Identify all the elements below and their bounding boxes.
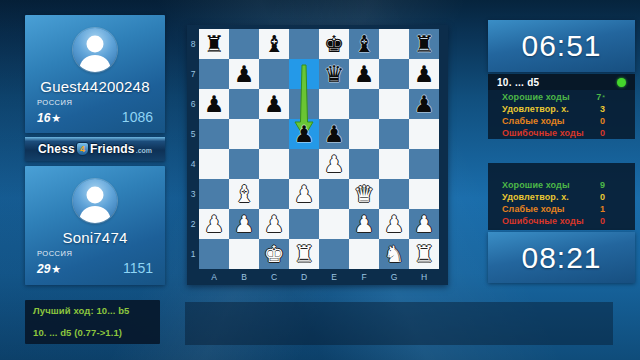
square-a6[interactable]: ♟ xyxy=(199,89,229,119)
logo-text-chess: Chess xyxy=(38,142,75,156)
logo-text-com: .com xyxy=(136,147,152,156)
stat-label: Ошибочные ходы xyxy=(502,216,584,226)
stat-value: 7 xyxy=(596,92,601,102)
white-rook-d1: ♜ xyxy=(289,239,319,269)
stat-value: 9 xyxy=(600,180,605,190)
black-queen-e7: ♛ xyxy=(319,59,349,89)
square-e3[interactable] xyxy=(319,179,349,209)
square-f5[interactable] xyxy=(349,119,379,149)
rank-label-5: 5 xyxy=(187,119,199,149)
black-bishop-c8: ♝ xyxy=(259,29,289,59)
black-pawn-e5: ♟ xyxy=(319,119,349,149)
player-name-top: Guest44200248 xyxy=(40,78,149,95)
stat-marker: * xyxy=(602,94,605,101)
white-rook-h1: ♜ xyxy=(409,239,439,269)
square-b7[interactable]: ♟ xyxy=(229,59,259,89)
square-g1[interactable]: ♞ xyxy=(379,239,409,269)
stat-value: 0 xyxy=(600,128,605,138)
file-label-c: C xyxy=(259,271,289,285)
black-pawn-d5: ♟ xyxy=(289,119,319,149)
player-country-top: РОССИЯ xyxy=(37,98,72,107)
square-f6[interactable] xyxy=(349,89,379,119)
best-move-text: Лучший ход: 10... b5 xyxy=(33,305,152,316)
square-g7[interactable] xyxy=(379,59,409,89)
played-move-eval-text: 10. ... d5 (0.77->1.1) xyxy=(33,327,152,338)
square-d5[interactable]: ♟ xyxy=(289,119,319,149)
square-a7[interactable] xyxy=(199,59,229,89)
stat-label: Слабые ходы xyxy=(502,116,565,126)
logo-shield-icon: 4 xyxy=(76,142,89,156)
stat-label: Ошибочные ходы xyxy=(502,128,584,138)
file-label-d: D xyxy=(289,271,319,285)
white-queen-f3: ♛ xyxy=(349,179,379,209)
square-f1[interactable] xyxy=(349,239,379,269)
file-label-h: H xyxy=(409,271,439,285)
white-pawn-c2: ♟ xyxy=(259,209,289,239)
square-b2[interactable]: ♟ xyxy=(229,209,259,239)
square-c7[interactable] xyxy=(259,59,289,89)
square-c1[interactable]: ♚ xyxy=(259,239,289,269)
person-icon xyxy=(73,28,117,72)
square-h6[interactable]: ♟ xyxy=(409,89,439,119)
square-h3[interactable] xyxy=(409,179,439,209)
square-g8[interactable] xyxy=(379,29,409,59)
move-quality-dot-icon xyxy=(617,78,626,87)
rank-label-4: 4 xyxy=(187,149,199,179)
black-rook-a8: ♜ xyxy=(199,29,229,59)
square-g2[interactable]: ♟ xyxy=(379,209,409,239)
stat-value: 1 xyxy=(600,204,605,214)
stat-value: 0 xyxy=(600,116,605,126)
stat-label: Удовлетвор. х. xyxy=(502,104,569,114)
rank-label-1: 1 xyxy=(187,239,199,269)
white-pawn-a2: ♟ xyxy=(199,209,229,239)
square-d4[interactable] xyxy=(289,149,319,179)
square-f2[interactable]: ♟ xyxy=(349,209,379,239)
app-window: Guest44200248 РОССИЯ 16 ★ 1086 Chess 4 F… xyxy=(0,0,640,360)
player-card-bottom: Soni7474 РОССИЯ 29 ★ 1151 xyxy=(25,166,165,285)
player-card-top: Guest44200248 РОССИЯ 16 ★ 1086 xyxy=(25,15,165,133)
square-b8[interactable] xyxy=(229,29,259,59)
chess-board: 87654321 ♜♝♚♝♜♟♛♟♟♟♟♟♟♟♟♝♟♛♟♟♟♟♟♟♚♜♞♜ AB… xyxy=(187,25,448,285)
square-f3[interactable]: ♛ xyxy=(349,179,379,209)
black-bishop-f8: ♝ xyxy=(349,29,379,59)
square-c6[interactable]: ♟ xyxy=(259,89,289,119)
square-g5[interactable] xyxy=(379,119,409,149)
stats-panel-top: Хорошие ходы7* Удовлетвор. х.3 Слабые хо… xyxy=(488,90,635,139)
file-label-g: G xyxy=(379,271,409,285)
stat-value: 0 xyxy=(600,216,605,226)
rank-label-7: 7 xyxy=(187,59,199,89)
square-d3[interactable]: ♟ xyxy=(289,179,319,209)
black-pawn-a6: ♟ xyxy=(199,89,229,119)
white-king-c1: ♚ xyxy=(259,239,289,269)
square-e5[interactable]: ♟ xyxy=(319,119,349,149)
clock-bottom: 08:21 xyxy=(521,241,601,275)
avatar xyxy=(73,28,117,72)
square-a2[interactable]: ♟ xyxy=(199,209,229,239)
stat-value: 0 xyxy=(600,192,605,202)
chess4friends-logo: Chess 4 Friends .com xyxy=(38,142,152,156)
square-h5[interactable] xyxy=(409,119,439,149)
clock-panel-top: 06:51 xyxy=(488,20,635,72)
square-h1[interactable]: ♜ xyxy=(409,239,439,269)
analysis-panel: Лучший ход: 10... b5 10. ... d5 (0.77->1… xyxy=(25,300,160,344)
player-level-bottom: 29 xyxy=(37,262,50,276)
stats-panel-bottom: Хорошие ходы9 Удовлетвор. х.0 Слабые ход… xyxy=(488,163,635,230)
square-e6[interactable] xyxy=(319,89,349,119)
avatar xyxy=(73,179,117,223)
file-label-a: A xyxy=(199,271,229,285)
square-c4[interactable] xyxy=(259,149,289,179)
square-d2[interactable] xyxy=(289,209,319,239)
square-c5[interactable] xyxy=(259,119,289,149)
player-level-top: 16 xyxy=(37,111,50,125)
black-pawn-h7: ♟ xyxy=(409,59,439,89)
black-king-e8: ♚ xyxy=(319,29,349,59)
star-icon: ★ xyxy=(51,263,61,276)
white-knight-g1: ♞ xyxy=(379,239,409,269)
square-g3[interactable] xyxy=(379,179,409,209)
white-pawn-b2: ♟ xyxy=(229,209,259,239)
square-c2[interactable]: ♟ xyxy=(259,209,289,239)
square-e7[interactable]: ♛ xyxy=(319,59,349,89)
square-b1[interactable] xyxy=(229,239,259,269)
square-d1[interactable]: ♜ xyxy=(289,239,319,269)
player-rating-top: 1086 xyxy=(122,109,153,125)
square-a5[interactable] xyxy=(199,119,229,149)
rank-label-2: 2 xyxy=(187,209,199,239)
stat-label: Хорошие ходы xyxy=(502,92,570,102)
square-e4[interactable]: ♟ xyxy=(319,149,349,179)
white-pawn-f2: ♟ xyxy=(349,209,379,239)
black-pawn-f7: ♟ xyxy=(349,59,379,89)
black-rook-h8: ♜ xyxy=(409,29,439,59)
square-a1[interactable] xyxy=(199,239,229,269)
square-d7[interactable] xyxy=(289,59,319,89)
black-pawn-b7: ♟ xyxy=(229,59,259,89)
square-h8[interactable]: ♜ xyxy=(409,29,439,59)
square-a4[interactable] xyxy=(199,149,229,179)
clock-panel-bottom: 08:21 xyxy=(488,232,635,283)
player-name-bottom: Soni7474 xyxy=(63,229,128,246)
rank-label-8: 8 xyxy=(187,29,199,59)
square-d6[interactable] xyxy=(289,89,319,119)
square-b4[interactable] xyxy=(229,149,259,179)
star-icon: ★ xyxy=(51,112,61,125)
white-pawn-g2: ♟ xyxy=(379,209,409,239)
player-rating-bottom: 1151 xyxy=(123,260,153,276)
board-squares: ♜♝♚♝♜♟♛♟♟♟♟♟♟♟♟♝♟♛♟♟♟♟♟♟♚♜♞♜ xyxy=(199,29,439,269)
white-pawn-d3: ♟ xyxy=(289,179,319,209)
square-c8[interactable]: ♝ xyxy=(259,29,289,59)
current-move-label: 10. ... d5 xyxy=(497,77,539,88)
square-a3[interactable] xyxy=(199,179,229,209)
white-pawn-h2: ♟ xyxy=(409,209,439,239)
square-d8[interactable] xyxy=(289,29,319,59)
white-pawn-e4: ♟ xyxy=(319,149,349,179)
stat-label: Хорошие ходы xyxy=(502,180,570,190)
square-a8[interactable]: ♜ xyxy=(199,29,229,59)
move-bar[interactable]: 10. ... d5 xyxy=(488,74,635,90)
square-h2[interactable]: ♟ xyxy=(409,209,439,239)
stat-label: Слабые ходы xyxy=(502,204,565,214)
logo-text-friends: Friends xyxy=(90,142,135,156)
square-g4[interactable] xyxy=(379,149,409,179)
person-icon xyxy=(73,179,117,223)
square-c3[interactable] xyxy=(259,179,289,209)
square-f4[interactable] xyxy=(349,149,379,179)
file-label-f: F xyxy=(349,271,379,285)
logo-bar[interactable]: Chess 4 Friends .com xyxy=(25,137,165,161)
rank-label-3: 3 xyxy=(187,179,199,209)
black-pawn-h6: ♟ xyxy=(409,89,439,119)
square-e8[interactable]: ♚ xyxy=(319,29,349,59)
square-e2[interactable] xyxy=(319,209,349,239)
clock-top: 06:51 xyxy=(521,29,601,63)
white-bishop-b3: ♝ xyxy=(229,179,259,209)
square-g6[interactable] xyxy=(379,89,409,119)
file-label-b: B xyxy=(229,271,259,285)
square-f7[interactable]: ♟ xyxy=(349,59,379,89)
square-f8[interactable]: ♝ xyxy=(349,29,379,59)
rank-label-6: 6 xyxy=(187,89,199,119)
square-h4[interactable] xyxy=(409,149,439,179)
rank-labels: 87654321 xyxy=(187,29,199,269)
file-labels: ABCDEFGH xyxy=(199,271,439,285)
square-b6[interactable] xyxy=(229,89,259,119)
file-label-e: E xyxy=(319,271,349,285)
black-pawn-c6: ♟ xyxy=(259,89,289,119)
square-b3[interactable]: ♝ xyxy=(229,179,259,209)
square-h7[interactable]: ♟ xyxy=(409,59,439,89)
stat-value: 3 xyxy=(600,104,605,114)
stat-label: Удовлетвор. х. xyxy=(502,192,569,202)
square-b5[interactable] xyxy=(229,119,259,149)
player-country-bottom: РОССИЯ xyxy=(37,249,72,258)
square-e1[interactable] xyxy=(319,239,349,269)
bottom-band xyxy=(185,302,613,345)
